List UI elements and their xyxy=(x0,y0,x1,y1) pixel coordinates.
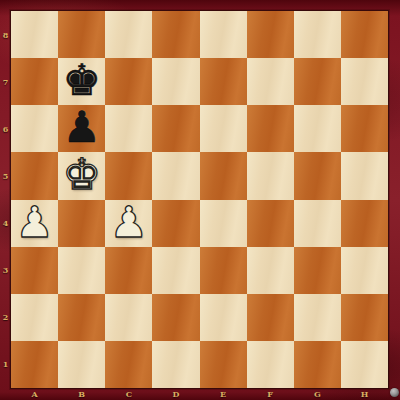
white-pawn[interactable]: ♟ xyxy=(15,200,54,246)
square-c4[interactable]: ♟ xyxy=(105,200,152,247)
file-label-c: C xyxy=(126,389,132,399)
square-c3[interactable] xyxy=(105,247,152,294)
square-g1[interactable] xyxy=(294,341,341,388)
square-g4[interactable] xyxy=(294,200,341,247)
square-b3[interactable] xyxy=(58,247,105,294)
square-d6[interactable] xyxy=(152,105,199,152)
file-label-h: H xyxy=(361,389,369,399)
file-label-e: E xyxy=(220,389,226,399)
black-pawn[interactable]: ♟ xyxy=(62,105,101,151)
square-c7[interactable] xyxy=(105,58,152,105)
square-h3[interactable] xyxy=(341,247,388,294)
square-f8[interactable] xyxy=(247,11,294,58)
rank-labels: 87654321 xyxy=(0,11,11,388)
square-d2[interactable] xyxy=(152,294,199,341)
square-e2[interactable] xyxy=(200,294,247,341)
square-e8[interactable] xyxy=(200,11,247,58)
square-g7[interactable] xyxy=(294,58,341,105)
square-a5[interactable] xyxy=(11,152,58,199)
square-h1[interactable] xyxy=(341,341,388,388)
square-c6[interactable] xyxy=(105,105,152,152)
square-d4[interactable] xyxy=(152,200,199,247)
square-a4[interactable]: ♟ xyxy=(11,200,58,247)
square-b2[interactable] xyxy=(58,294,105,341)
rank-label-5: 5 xyxy=(3,171,9,181)
square-b5[interactable]: ♚ xyxy=(58,152,105,199)
square-e4[interactable] xyxy=(200,200,247,247)
square-f5[interactable] xyxy=(247,152,294,199)
square-e3[interactable] xyxy=(200,247,247,294)
square-b1[interactable] xyxy=(58,341,105,388)
square-a2[interactable] xyxy=(11,294,58,341)
file-label-f: F xyxy=(267,389,273,399)
corner-dot-icon xyxy=(390,388,399,397)
square-a3[interactable] xyxy=(11,247,58,294)
file-labels: ABCDEFGH xyxy=(11,388,388,400)
rank-label-3: 3 xyxy=(3,265,9,275)
file-label-d: D xyxy=(172,389,179,399)
square-e7[interactable] xyxy=(200,58,247,105)
square-g5[interactable] xyxy=(294,152,341,199)
rank-label-4: 4 xyxy=(3,218,9,228)
square-b4[interactable] xyxy=(58,200,105,247)
square-h6[interactable] xyxy=(341,105,388,152)
square-h7[interactable] xyxy=(341,58,388,105)
square-c2[interactable] xyxy=(105,294,152,341)
file-label-a: A xyxy=(31,389,37,399)
square-g8[interactable] xyxy=(294,11,341,58)
square-g6[interactable] xyxy=(294,105,341,152)
square-d3[interactable] xyxy=(152,247,199,294)
rank-label-1: 1 xyxy=(3,359,9,369)
rank-label-8: 8 xyxy=(3,30,9,40)
square-g3[interactable] xyxy=(294,247,341,294)
square-f6[interactable] xyxy=(247,105,294,152)
square-e1[interactable] xyxy=(200,341,247,388)
square-b7[interactable]: ♚ xyxy=(58,58,105,105)
square-e6[interactable] xyxy=(200,105,247,152)
rank-label-2: 2 xyxy=(3,312,9,322)
square-d7[interactable] xyxy=(152,58,199,105)
board-grid: ♚♟♚♟♟ xyxy=(11,11,388,388)
square-h2[interactable] xyxy=(341,294,388,341)
square-c1[interactable] xyxy=(105,341,152,388)
chess-board-frame: 87654321 ♚♟♚♟♟ ABCDEFGH xyxy=(0,0,400,400)
square-a8[interactable] xyxy=(11,11,58,58)
square-a6[interactable] xyxy=(11,105,58,152)
square-b6[interactable]: ♟ xyxy=(58,105,105,152)
square-f4[interactable] xyxy=(247,200,294,247)
square-h8[interactable] xyxy=(341,11,388,58)
square-a7[interactable] xyxy=(11,58,58,105)
white-pawn[interactable]: ♟ xyxy=(110,200,149,246)
square-f3[interactable] xyxy=(247,247,294,294)
file-label-g: G xyxy=(314,389,321,399)
square-d8[interactable] xyxy=(152,11,199,58)
black-king[interactable]: ♚ xyxy=(62,58,101,104)
square-c8[interactable] xyxy=(105,11,152,58)
square-f1[interactable] xyxy=(247,341,294,388)
file-label-b: B xyxy=(78,389,85,399)
rank-label-7: 7 xyxy=(3,77,9,87)
square-h4[interactable] xyxy=(341,200,388,247)
square-f2[interactable] xyxy=(247,294,294,341)
square-a1[interactable] xyxy=(11,341,58,388)
square-f7[interactable] xyxy=(247,58,294,105)
rank-label-6: 6 xyxy=(3,124,9,134)
square-d1[interactable] xyxy=(152,341,199,388)
square-h5[interactable] xyxy=(341,152,388,199)
square-e5[interactable] xyxy=(200,152,247,199)
square-c5[interactable] xyxy=(105,152,152,199)
square-d5[interactable] xyxy=(152,152,199,199)
square-b8[interactable] xyxy=(58,11,105,58)
square-g2[interactable] xyxy=(294,294,341,341)
white-king[interactable]: ♚ xyxy=(62,152,101,198)
